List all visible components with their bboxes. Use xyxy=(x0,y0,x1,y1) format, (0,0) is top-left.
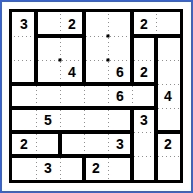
region-rect-2-r6c3[interactable] xyxy=(82,154,134,182)
region-rect-6-r0c3[interactable] xyxy=(82,10,134,86)
puzzle-window: 326242465323232 xyxy=(0,0,193,193)
interior-lattice-dot xyxy=(107,59,110,62)
interior-lattice-dot xyxy=(59,59,62,62)
shikaku-board[interactable]: 326242465323232 xyxy=(9,9,183,183)
board-grid[interactable]: 326242465323232 xyxy=(12,12,180,180)
region-rect-4-r1c6[interactable] xyxy=(154,34,182,134)
interior-lattice-dot xyxy=(107,35,110,38)
region-rect-3-r6c0[interactable] xyxy=(10,154,86,182)
region-rect-2-r5c6[interactable] xyxy=(154,130,182,182)
